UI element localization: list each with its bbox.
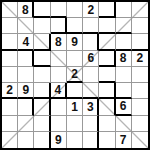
cell-r9c3 bbox=[34, 132, 50, 148]
cell-r6c4: 4 bbox=[51, 83, 67, 99]
cell-r4c1 bbox=[2, 51, 18, 67]
cell-r4c4 bbox=[51, 51, 67, 67]
cell-r1c2: 8 bbox=[18, 2, 34, 18]
cell-r5c5: 2 bbox=[67, 67, 83, 83]
cell-r3c3 bbox=[34, 34, 50, 50]
cell-r8c6 bbox=[83, 116, 99, 132]
cell-r6c3 bbox=[34, 83, 50, 99]
cell-r8c4 bbox=[51, 116, 67, 132]
cell-r5c7 bbox=[99, 67, 115, 83]
cell-r6c8 bbox=[116, 83, 132, 99]
cell-r9c2 bbox=[18, 132, 34, 148]
cell-r8c2 bbox=[18, 116, 34, 132]
cell-r1c9 bbox=[132, 2, 148, 18]
cell-r7c1 bbox=[2, 99, 18, 115]
cell-r4c3 bbox=[34, 51, 50, 67]
cell-r4c5 bbox=[67, 51, 83, 67]
cell-r3c5: 9 bbox=[67, 34, 83, 50]
cell-r1c1 bbox=[2, 2, 18, 18]
cell-r3c7 bbox=[99, 34, 115, 50]
cell-r2c1 bbox=[2, 18, 18, 34]
cell-r7c5: 1 bbox=[67, 99, 83, 115]
cell-r2c2 bbox=[18, 18, 34, 34]
cell-r2c7 bbox=[99, 18, 115, 34]
cell-r9c8: 7 bbox=[116, 132, 132, 148]
cell-r1c6: 2 bbox=[83, 2, 99, 18]
cell-r3c8 bbox=[116, 34, 132, 50]
cell-r7c4 bbox=[51, 99, 67, 115]
cell-r5c9 bbox=[132, 67, 148, 83]
cell-r1c3 bbox=[34, 2, 50, 18]
cell-r5c3 bbox=[34, 67, 50, 83]
cell-r6c1: 2 bbox=[2, 83, 18, 99]
cell-r3c2: 4 bbox=[18, 34, 34, 50]
cell-r6c5 bbox=[67, 83, 83, 99]
cell-r7c6: 3 bbox=[83, 99, 99, 115]
cell-r2c5 bbox=[67, 18, 83, 34]
cell-r1c4 bbox=[51, 2, 67, 18]
cell-r4c2 bbox=[18, 51, 34, 67]
puzzle-screenshot: 82489682229413697 bbox=[0, 0, 150, 150]
cell-r9c5 bbox=[67, 132, 83, 148]
cell-r9c6 bbox=[83, 132, 99, 148]
cell-r5c2 bbox=[18, 67, 34, 83]
cell-r1c7 bbox=[99, 2, 115, 18]
cell-r4c7 bbox=[99, 51, 115, 67]
cell-r9c9 bbox=[132, 132, 148, 148]
cell-r2c4 bbox=[51, 18, 67, 34]
cell-r7c3 bbox=[34, 99, 50, 115]
cell-r2c3 bbox=[34, 18, 50, 34]
cell-r3c9 bbox=[132, 34, 148, 50]
cell-r5c6 bbox=[83, 67, 99, 83]
cell-r7c2 bbox=[18, 99, 34, 115]
cell-r9c1 bbox=[2, 132, 18, 148]
cell-r2c6 bbox=[83, 18, 99, 34]
cell-r8c7 bbox=[99, 116, 115, 132]
cell-r1c5 bbox=[67, 2, 83, 18]
sudoku-board: 82489682229413697 bbox=[0, 0, 150, 150]
cell-r6c6 bbox=[83, 83, 99, 99]
cell-r4c9: 2 bbox=[132, 51, 148, 67]
cell-r3c6 bbox=[83, 34, 99, 50]
cell-r7c7 bbox=[99, 99, 115, 115]
cell-r5c8 bbox=[116, 67, 132, 83]
cell-r6c7 bbox=[99, 83, 115, 99]
cell-r2c8 bbox=[116, 18, 132, 34]
cell-r7c9 bbox=[132, 99, 148, 115]
cell-r3c4: 8 bbox=[51, 34, 67, 50]
cell-r9c4: 9 bbox=[51, 132, 67, 148]
cell-r8c8 bbox=[116, 116, 132, 132]
cell-r7c8: 6 bbox=[116, 99, 132, 115]
cell-r8c1 bbox=[2, 116, 18, 132]
cell-r2c9 bbox=[132, 18, 148, 34]
cell-r4c6: 6 bbox=[83, 51, 99, 67]
cell-r8c9 bbox=[132, 116, 148, 132]
cell-r1c8 bbox=[116, 2, 132, 18]
cell-r9c7 bbox=[99, 132, 115, 148]
cell-r4c8: 8 bbox=[116, 51, 132, 67]
cell-r5c1 bbox=[2, 67, 18, 83]
cell-r6c2: 9 bbox=[18, 83, 34, 99]
cell-r5c4 bbox=[51, 67, 67, 83]
cell-r3c1 bbox=[2, 34, 18, 50]
cell-r8c3 bbox=[34, 116, 50, 132]
cell-r6c9 bbox=[132, 83, 148, 99]
cell-r8c5 bbox=[67, 116, 83, 132]
